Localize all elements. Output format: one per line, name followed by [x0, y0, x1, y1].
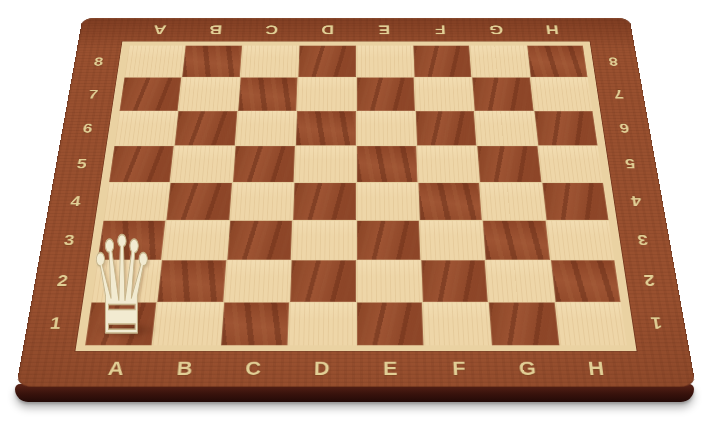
square-e7[interactable]: [356, 78, 414, 111]
square-g6[interactable]: [475, 111, 537, 145]
coord-file-h-top: H: [545, 23, 560, 36]
coord-rank-8-right: 8: [608, 55, 619, 67]
coord-file-f-top: F: [434, 23, 446, 36]
coord-rank-3-left: 3: [63, 232, 76, 247]
coord-rank-5-left: 5: [76, 157, 88, 171]
square-f5[interactable]: [417, 146, 479, 182]
square-e1[interactable]: [356, 302, 423, 345]
square-c8[interactable]: [240, 46, 298, 78]
coord-rank-8-left: 8: [93, 55, 104, 67]
playing-area: [75, 41, 636, 351]
product-photo-scene: AABBCCDDEEFFGGHH1122334455667788 ♛: [0, 0, 708, 421]
piece-white-queen[interactable]: ♛: [88, 219, 156, 354]
square-d4[interactable]: [293, 182, 355, 220]
square-h4[interactable]: [542, 182, 608, 220]
square-h5[interactable]: [538, 146, 603, 182]
square-c1[interactable]: [221, 302, 289, 345]
square-d1[interactable]: [289, 302, 356, 345]
square-g8[interactable]: [470, 46, 529, 78]
coord-file-h-bottom: H: [587, 360, 605, 379]
square-h1[interactable]: [555, 302, 627, 345]
square-c7[interactable]: [238, 78, 298, 111]
square-d5[interactable]: [295, 146, 356, 182]
square-b2[interactable]: [158, 260, 226, 301]
square-e3[interactable]: [356, 221, 420, 260]
coord-file-c-bottom: C: [245, 360, 262, 379]
square-h7[interactable]: [530, 78, 592, 111]
coord-file-d-top: D: [321, 23, 334, 36]
square-e6[interactable]: [356, 111, 416, 145]
square-f3[interactable]: [420, 221, 485, 260]
square-f6[interactable]: [416, 111, 477, 145]
square-d2[interactable]: [290, 260, 355, 301]
square-f2[interactable]: [421, 260, 488, 301]
coord-file-g-bottom: G: [518, 360, 537, 379]
coord-file-g-top: G: [489, 23, 504, 36]
square-e5[interactable]: [356, 146, 417, 182]
coord-file-f-bottom: F: [452, 360, 466, 379]
square-d8[interactable]: [298, 46, 355, 78]
coord-file-c-top: C: [265, 23, 279, 36]
square-g7[interactable]: [472, 78, 533, 111]
square-c2[interactable]: [224, 260, 291, 301]
square-b6[interactable]: [175, 111, 237, 145]
square-h2[interactable]: [551, 260, 621, 301]
square-e8[interactable]: [356, 46, 413, 78]
coord-file-e-bottom: E: [383, 360, 398, 379]
square-c4[interactable]: [230, 182, 294, 220]
square-f4[interactable]: [418, 182, 482, 220]
square-g5[interactable]: [477, 146, 541, 182]
coord-rank-7-right: 7: [613, 88, 624, 101]
coord-rank-3-right: 3: [636, 232, 649, 247]
coord-file-d-bottom: D: [314, 360, 330, 379]
square-b1[interactable]: [153, 302, 223, 345]
coord-rank-4-right: 4: [630, 194, 642, 208]
square-h8[interactable]: [527, 46, 588, 78]
square-a8[interactable]: [124, 46, 185, 78]
squares-grid: [85, 46, 627, 346]
square-c6[interactable]: [235, 111, 296, 145]
square-g1[interactable]: [489, 302, 559, 345]
square-b8[interactable]: [182, 46, 241, 78]
square-g3[interactable]: [483, 221, 550, 260]
coord-file-a-top: A: [152, 23, 167, 36]
coord-rank-5-right: 5: [624, 157, 636, 171]
square-f8[interactable]: [413, 46, 471, 78]
coord-file-b-top: B: [209, 23, 223, 36]
square-b7[interactable]: [179, 78, 240, 111]
square-d7[interactable]: [297, 78, 355, 111]
coord-rank-2-right: 2: [643, 273, 656, 289]
square-g2[interactable]: [486, 260, 554, 301]
square-g4[interactable]: [480, 182, 545, 220]
square-d6[interactable]: [296, 111, 356, 145]
square-e2[interactable]: [356, 260, 421, 301]
coord-rank-6-left: 6: [82, 122, 94, 135]
coord-file-b-bottom: B: [176, 360, 193, 379]
coord-rank-4-left: 4: [69, 194, 81, 208]
square-e4[interactable]: [356, 182, 418, 220]
square-c5[interactable]: [233, 146, 295, 182]
square-c3[interactable]: [227, 221, 292, 260]
square-d3[interactable]: [292, 221, 356, 260]
square-b3[interactable]: [162, 221, 229, 260]
square-b5[interactable]: [171, 146, 235, 182]
square-a6[interactable]: [114, 111, 177, 145]
square-f7[interactable]: [414, 78, 474, 111]
square-h6[interactable]: [534, 111, 597, 145]
coord-rank-2-left: 2: [56, 273, 69, 289]
square-f1[interactable]: [423, 302, 491, 345]
coord-rank-6-right: 6: [619, 122, 631, 135]
coord-rank-1-right: 1: [650, 315, 663, 331]
square-a5[interactable]: [109, 146, 174, 182]
square-h3[interactable]: [546, 221, 614, 260]
coord-rank-7-left: 7: [87, 88, 98, 101]
square-b4[interactable]: [167, 182, 232, 220]
square-a7[interactable]: [120, 78, 182, 111]
coord-rank-1-left: 1: [49, 315, 62, 331]
coord-file-e-top: E: [378, 23, 390, 36]
